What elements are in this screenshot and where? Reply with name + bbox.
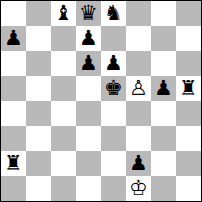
- square-b4[interactable]: [26, 101, 51, 126]
- black-pawn-icon: ♟: [154, 78, 173, 99]
- square-b1[interactable]: [26, 176, 51, 201]
- square-d7[interactable]: ♟: [76, 26, 101, 51]
- square-c1[interactable]: [51, 176, 76, 201]
- square-d5[interactable]: [76, 76, 101, 101]
- square-a2[interactable]: ♜: [1, 151, 26, 176]
- square-d4[interactable]: [76, 101, 101, 126]
- square-e7[interactable]: [101, 26, 126, 51]
- square-e3[interactable]: [101, 126, 126, 151]
- square-f7[interactable]: [126, 26, 151, 51]
- black-pawn-icon: ♟: [4, 28, 23, 49]
- square-a4[interactable]: [1, 101, 26, 126]
- square-e1[interactable]: [101, 176, 126, 201]
- square-c6[interactable]: [51, 51, 76, 76]
- square-d1[interactable]: [76, 176, 101, 201]
- square-g8[interactable]: [151, 1, 176, 26]
- square-e4[interactable]: [101, 101, 126, 126]
- square-g4[interactable]: [151, 101, 176, 126]
- square-c4[interactable]: [51, 101, 76, 126]
- black-rook-icon: ♜: [179, 78, 198, 99]
- square-g1[interactable]: [151, 176, 176, 201]
- square-a8[interactable]: [1, 1, 26, 26]
- square-a1[interactable]: [1, 176, 26, 201]
- white-pawn-icon: ♙: [129, 78, 148, 99]
- square-g7[interactable]: [151, 26, 176, 51]
- square-d2[interactable]: [76, 151, 101, 176]
- square-f3[interactable]: [126, 126, 151, 151]
- black-pawn-icon: ♟: [79, 53, 98, 74]
- square-f8[interactable]: [126, 1, 151, 26]
- black-pawn-icon: ♟: [104, 53, 123, 74]
- square-a6[interactable]: [1, 51, 26, 76]
- square-f5[interactable]: ♙: [126, 76, 151, 101]
- square-g5[interactable]: ♟: [151, 76, 176, 101]
- black-pawn-icon: ♟: [129, 153, 148, 174]
- black-bishop-icon: ♝: [54, 3, 73, 24]
- square-g2[interactable]: [151, 151, 176, 176]
- square-b8[interactable]: [26, 1, 51, 26]
- square-f4[interactable]: [126, 101, 151, 126]
- square-b3[interactable]: [26, 126, 51, 151]
- square-f6[interactable]: [126, 51, 151, 76]
- square-h8[interactable]: [176, 1, 201, 26]
- black-pawn-icon: ♟: [79, 28, 98, 49]
- black-knight-icon: ♞: [104, 3, 123, 24]
- square-g3[interactable]: [151, 126, 176, 151]
- white-king-icon: ♔: [129, 178, 148, 199]
- square-a3[interactable]: [1, 126, 26, 151]
- square-b6[interactable]: [26, 51, 51, 76]
- square-d3[interactable]: [76, 126, 101, 151]
- square-d8[interactable]: ♛: [76, 1, 101, 26]
- black-king-icon: ♚: [104, 78, 123, 99]
- square-c3[interactable]: [51, 126, 76, 151]
- square-h5[interactable]: ♜: [176, 76, 201, 101]
- square-g6[interactable]: [151, 51, 176, 76]
- square-b5[interactable]: [26, 76, 51, 101]
- square-b7[interactable]: [26, 26, 51, 51]
- square-e8[interactable]: ♞: [101, 1, 126, 26]
- square-h2[interactable]: [176, 151, 201, 176]
- square-a5[interactable]: [1, 76, 26, 101]
- square-f2[interactable]: ♟: [126, 151, 151, 176]
- black-rook-icon: ♜: [4, 153, 23, 174]
- square-c5[interactable]: [51, 76, 76, 101]
- square-e5[interactable]: ♚: [101, 76, 126, 101]
- square-c7[interactable]: [51, 26, 76, 51]
- square-a7[interactable]: ♟: [1, 26, 26, 51]
- square-h4[interactable]: [176, 101, 201, 126]
- chess-board: ♝♛♞♟♟♟♟♚♙♟♜♜♟♔: [0, 0, 202, 202]
- square-c2[interactable]: [51, 151, 76, 176]
- square-c8[interactable]: ♝: [51, 1, 76, 26]
- black-queen-icon: ♛: [79, 3, 98, 24]
- square-d6[interactable]: ♟: [76, 51, 101, 76]
- square-e6[interactable]: ♟: [101, 51, 126, 76]
- square-f1[interactable]: ♔: [126, 176, 151, 201]
- square-h3[interactable]: [176, 126, 201, 151]
- square-h1[interactable]: [176, 176, 201, 201]
- square-h6[interactable]: [176, 51, 201, 76]
- square-e2[interactable]: [101, 151, 126, 176]
- square-b2[interactable]: [26, 151, 51, 176]
- square-h7[interactable]: [176, 26, 201, 51]
